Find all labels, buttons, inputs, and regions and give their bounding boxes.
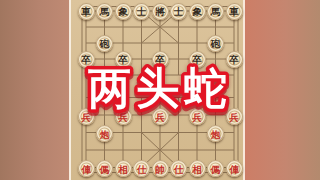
xiangqi-board[interactable]: 車馬象士將士象馬車砲砲卒卒卒卒卒兵兵兵兵兵炮炮俥傌相仕帥仕相傌俥 <box>71 0 243 180</box>
piece-glyph: 將 <box>155 7 165 17</box>
piece-black-chariot[interactable]: 車 <box>78 3 95 20</box>
piece-black-cannon[interactable]: 砲 <box>207 35 224 52</box>
piece-glyph: 卒 <box>118 55 128 65</box>
piece-glyph: 卒 <box>155 55 165 65</box>
piece-red-elephant[interactable]: 相 <box>115 160 132 177</box>
piece-black-elephant[interactable]: 象 <box>115 3 132 20</box>
piece-glyph: 卒 <box>192 55 202 65</box>
piece-glyph: 卒 <box>81 55 91 65</box>
piece-glyph: 相 <box>192 165 202 175</box>
board-edge-highlight-right <box>243 0 245 180</box>
piece-red-cannon[interactable]: 炮 <box>207 125 224 142</box>
piece-glyph: 砲 <box>211 39 221 49</box>
piece-glyph: 馬 <box>100 7 110 17</box>
piece-red-soldier[interactable]: 兵 <box>115 108 132 125</box>
piece-glyph: 帥 <box>155 165 165 175</box>
piece-red-elephant[interactable]: 相 <box>189 160 206 177</box>
piece-red-chariot[interactable]: 俥 <box>78 160 95 177</box>
pillarbox-right <box>243 0 320 180</box>
piece-glyph: 兵 <box>118 112 128 122</box>
piece-black-soldier[interactable]: 卒 <box>189 51 206 68</box>
piece-glyph: 馬 <box>211 7 221 17</box>
piece-glyph: 士 <box>137 7 147 17</box>
piece-red-general[interactable]: 帥 <box>152 160 169 177</box>
piece-red-cannon[interactable]: 炮 <box>96 125 113 142</box>
piece-glyph: 車 <box>81 7 91 17</box>
piece-glyph: 象 <box>192 7 202 17</box>
video-frame: 車馬象士將士象馬車砲砲卒卒卒卒卒兵兵兵兵兵炮炮俥傌相仕帥仕相傌俥 两头蛇 <box>0 0 320 180</box>
piece-black-elephant[interactable]: 象 <box>189 3 206 20</box>
piece-glyph: 仕 <box>174 165 184 175</box>
piece-glyph: 兵 <box>229 112 239 122</box>
piece-black-soldier[interactable]: 卒 <box>115 51 132 68</box>
piece-glyph: 仕 <box>137 165 147 175</box>
piece-glyph: 俥 <box>81 165 91 175</box>
pillarbox-left <box>0 0 70 180</box>
piece-glyph: 傌 <box>100 165 110 175</box>
piece-black-soldier[interactable]: 卒 <box>226 51 243 68</box>
piece-grid: 車馬象士將士象馬車砲砲卒卒卒卒卒兵兵兵兵兵炮炮俥傌相仕帥仕相傌俥 <box>77 3 244 178</box>
piece-red-horse[interactable]: 傌 <box>96 160 113 177</box>
piece-glyph: 炮 <box>211 130 221 140</box>
piece-red-soldier[interactable]: 兵 <box>189 108 206 125</box>
piece-glyph: 卒 <box>229 55 239 65</box>
piece-black-cannon[interactable]: 砲 <box>96 35 113 52</box>
piece-red-horse[interactable]: 傌 <box>207 160 224 177</box>
piece-glyph: 俥 <box>229 165 239 175</box>
piece-glyph: 相 <box>118 165 128 175</box>
piece-red-soldier[interactable]: 兵 <box>78 108 95 125</box>
piece-glyph: 兵 <box>155 112 165 122</box>
piece-black-horse[interactable]: 馬 <box>207 3 224 20</box>
piece-black-advisor[interactable]: 士 <box>133 3 150 20</box>
piece-red-advisor[interactable]: 仕 <box>133 160 150 177</box>
piece-black-horse[interactable]: 馬 <box>96 3 113 20</box>
piece-glyph: 兵 <box>81 112 91 122</box>
piece-red-soldier[interactable]: 兵 <box>152 108 169 125</box>
piece-glyph: 兵 <box>192 112 202 122</box>
piece-black-soldier[interactable]: 卒 <box>78 51 95 68</box>
piece-black-general[interactable]: 將 <box>152 3 169 20</box>
piece-glyph: 象 <box>118 7 128 17</box>
piece-black-chariot[interactable]: 車 <box>226 3 243 20</box>
piece-glyph: 砲 <box>100 39 110 49</box>
piece-black-advisor[interactable]: 士 <box>170 3 187 20</box>
piece-red-soldier[interactable]: 兵 <box>226 108 243 125</box>
piece-glyph: 傌 <box>211 165 221 175</box>
piece-glyph: 士 <box>174 7 184 17</box>
piece-red-advisor[interactable]: 仕 <box>170 160 187 177</box>
piece-black-soldier[interactable]: 卒 <box>152 51 169 68</box>
piece-red-chariot[interactable]: 俥 <box>226 160 243 177</box>
piece-glyph: 車 <box>229 7 239 17</box>
piece-glyph: 炮 <box>100 130 110 140</box>
